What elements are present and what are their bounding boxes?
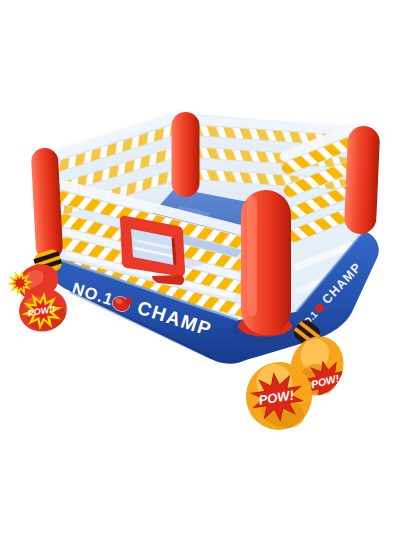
corner-post-back bbox=[172, 112, 200, 197]
corner-post-right bbox=[344, 125, 381, 234]
boxing-ring-bouncer: NO.1 CHAMP NO.1 CHAMP bbox=[0, 0, 400, 545]
product-photo: NO.1 CHAMP NO.1 CHAMP bbox=[0, 0, 400, 545]
bounce-house: NO.1 CHAMP NO.1 CHAMP bbox=[5, 110, 380, 437]
gloves-left: POW!! bbox=[5, 248, 71, 336]
